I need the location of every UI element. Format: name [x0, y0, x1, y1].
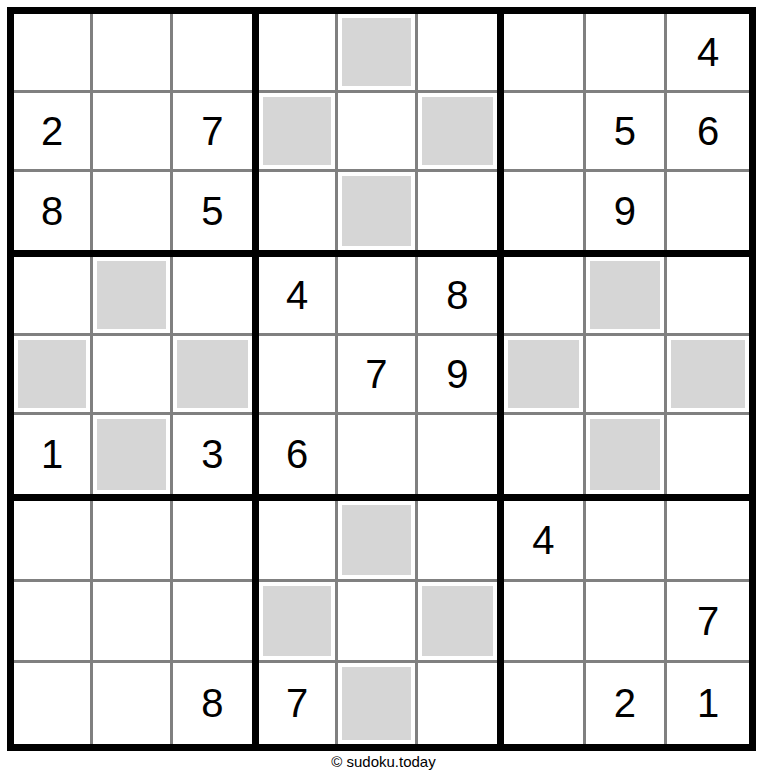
- cell-r3c1[interactable]: 8: [14, 172, 93, 251]
- box-5: 48796: [259, 257, 504, 500]
- box-4: 13: [14, 257, 259, 500]
- given-digit: 1: [41, 434, 63, 474]
- cell-r8c6[interactable]: [418, 582, 497, 663]
- cell-r3c2[interactable]: [93, 172, 172, 251]
- cell-r4c2[interactable]: [93, 257, 172, 336]
- cell-r5c5[interactable]: 7: [338, 336, 417, 415]
- given-digit: 7: [286, 683, 308, 723]
- cell-r5c4[interactable]: [259, 336, 338, 415]
- given-digit: 7: [697, 601, 719, 641]
- cell-r2c8[interactable]: 5: [586, 93, 668, 172]
- cell-r6c9[interactable]: [667, 415, 749, 494]
- cell-r7c5[interactable]: [338, 501, 417, 582]
- cell-r7c7[interactable]: 4: [504, 501, 586, 582]
- box-7: 8: [14, 501, 259, 744]
- cell-r8c2[interactable]: [93, 582, 172, 663]
- given-digit: 3: [201, 434, 223, 474]
- cell-r8c7[interactable]: [504, 582, 586, 663]
- cell-r1c1[interactable]: [14, 14, 93, 93]
- cell-r8c1[interactable]: [14, 582, 93, 663]
- cell-r9c3[interactable]: 8: [173, 663, 252, 744]
- cell-r9c5[interactable]: [338, 663, 417, 744]
- cell-r2c1[interactable]: 2: [14, 93, 93, 172]
- cell-r6c6[interactable]: [418, 415, 497, 494]
- given-digit: 4: [286, 275, 308, 315]
- cell-r1c9[interactable]: 4: [667, 14, 749, 93]
- copyright-text: © sudoku.today: [0, 753, 767, 770]
- box-8: 7: [259, 501, 504, 744]
- cell-r5c9[interactable]: [667, 336, 749, 415]
- given-digit: 7: [201, 111, 223, 151]
- given-digit: 5: [614, 111, 636, 151]
- cell-r6c8[interactable]: [586, 415, 668, 494]
- cell-r1c5[interactable]: [338, 14, 417, 93]
- given-digit: 1: [697, 683, 719, 723]
- given-digit: 9: [614, 191, 636, 231]
- cell-r4c1[interactable]: [14, 257, 93, 336]
- box-3: 4569: [504, 14, 749, 257]
- cell-r8c5[interactable]: [338, 582, 417, 663]
- cell-r7c4[interactable]: [259, 501, 338, 582]
- given-digit: 7: [365, 354, 387, 394]
- cell-r6c2[interactable]: [93, 415, 172, 494]
- cell-r1c6[interactable]: [418, 14, 497, 93]
- box-2: [259, 14, 504, 257]
- cell-r3c4[interactable]: [259, 172, 338, 251]
- given-digit: 8: [201, 683, 223, 723]
- cell-r9c7[interactable]: [504, 663, 586, 744]
- cell-r4c5[interactable]: [338, 257, 417, 336]
- cell-r7c6[interactable]: [418, 501, 497, 582]
- cell-r1c3[interactable]: [173, 14, 252, 93]
- cell-r6c1[interactable]: 1: [14, 415, 93, 494]
- given-digit: 6: [697, 111, 719, 151]
- cell-r4c9[interactable]: [667, 257, 749, 336]
- cell-r2c3[interactable]: 7: [173, 93, 252, 172]
- cell-r5c8[interactable]: [586, 336, 668, 415]
- box-1: 2785: [14, 14, 259, 257]
- cell-r5c7[interactable]: [504, 336, 586, 415]
- cell-r6c7[interactable]: [504, 415, 586, 494]
- cell-r1c2[interactable]: [93, 14, 172, 93]
- cell-r2c5[interactable]: [338, 93, 417, 172]
- cell-r8c3[interactable]: [173, 582, 252, 663]
- cell-r2c6[interactable]: [418, 93, 497, 172]
- cell-r2c4[interactable]: [259, 93, 338, 172]
- cell-r5c2[interactable]: [93, 336, 172, 415]
- cell-r1c8[interactable]: [586, 14, 668, 93]
- cell-r9c6[interactable]: [418, 663, 497, 744]
- cell-r7c1[interactable]: [14, 501, 93, 582]
- cell-r9c9[interactable]: 1: [667, 663, 749, 744]
- given-digit: 5: [201, 191, 223, 231]
- cell-r3c3[interactable]: 5: [173, 172, 252, 251]
- given-digit: 8: [41, 191, 63, 231]
- cell-r2c2[interactable]: [93, 93, 172, 172]
- cell-r5c1[interactable]: [14, 336, 93, 415]
- cell-r7c3[interactable]: [173, 501, 252, 582]
- sudoku-board: 278545691348796874721: [7, 7, 756, 751]
- cell-r3c8[interactable]: 9: [586, 172, 668, 251]
- given-digit: 4: [532, 520, 554, 560]
- cell-r6c3[interactable]: 3: [173, 415, 252, 494]
- cell-r1c7[interactable]: [504, 14, 586, 93]
- given-digit: 8: [446, 275, 468, 315]
- cell-r4c7[interactable]: [504, 257, 586, 336]
- cell-r4c3[interactable]: [173, 257, 252, 336]
- cell-r3c9[interactable]: [667, 172, 749, 251]
- given-digit: 4: [697, 32, 719, 72]
- given-digit: 2: [614, 683, 636, 723]
- cell-r4c6[interactable]: 8: [418, 257, 497, 336]
- given-digit: 6: [286, 434, 308, 474]
- cell-r2c9[interactable]: 6: [667, 93, 749, 172]
- cell-r8c9[interactable]: 7: [667, 582, 749, 663]
- given-digit: 9: [446, 354, 468, 394]
- cell-r7c8[interactable]: [586, 501, 668, 582]
- cell-r5c6[interactable]: 9: [418, 336, 497, 415]
- cell-r4c4[interactable]: 4: [259, 257, 338, 336]
- box-9: 4721: [504, 501, 749, 744]
- cell-r8c4[interactable]: [259, 582, 338, 663]
- cell-r9c1[interactable]: [14, 663, 93, 744]
- given-digit: 2: [41, 111, 63, 151]
- box-6: [504, 257, 749, 500]
- cell-r3c6[interactable]: [418, 172, 497, 251]
- cell-r3c7[interactable]: [504, 172, 586, 251]
- cell-r5c3[interactable]: [173, 336, 252, 415]
- cell-r9c2[interactable]: [93, 663, 172, 744]
- cell-r4c8[interactable]: [586, 257, 668, 336]
- cell-r7c9[interactable]: [667, 501, 749, 582]
- cell-r6c5[interactable]: [338, 415, 417, 494]
- sudoku-page: 278545691348796874721 © sudoku.today: [0, 0, 767, 777]
- cell-r8c8[interactable]: [586, 582, 668, 663]
- cell-r9c8[interactable]: 2: [586, 663, 668, 744]
- cell-r9c4[interactable]: 7: [259, 663, 338, 744]
- cell-r6c4[interactable]: 6: [259, 415, 338, 494]
- cell-r2c7[interactable]: [504, 93, 586, 172]
- cell-r1c4[interactable]: [259, 14, 338, 93]
- cell-r7c2[interactable]: [93, 501, 172, 582]
- cell-r3c5[interactable]: [338, 172, 417, 251]
